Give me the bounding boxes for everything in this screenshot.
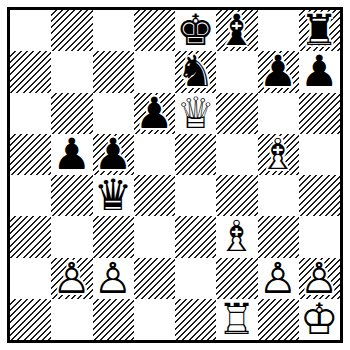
board-frame: ♚♚♝♝♜♜♞♞♟♟♟♟♟♟♛♕♟♟♟♟♝♗♛♛♝♗♟♙♟♙♟♙♟♙♜♖♚♔ — [7, 7, 343, 343]
white-pawn-g2: ♟♙ — [258, 258, 299, 299]
square-e2[interactable] — [175, 258, 216, 299]
square-f6[interactable] — [216, 93, 257, 134]
square-a6[interactable] — [10, 93, 51, 134]
black-king-e8: ♚♚ — [175, 10, 216, 51]
square-e3[interactable] — [175, 216, 216, 257]
black-pawn-halo: ♟ — [258, 51, 299, 92]
black-bishop-f8: ♝♝ — [216, 10, 257, 51]
square-c2[interactable]: ♟♙ — [93, 258, 134, 299]
white-pawn-halo: ♟ — [93, 258, 134, 299]
square-d1[interactable] — [134, 299, 175, 340]
square-e8[interactable]: ♚♚ — [175, 10, 216, 51]
black-knight-glyph: ♞ — [175, 51, 216, 92]
black-knight-halo: ♞ — [175, 51, 216, 92]
square-b8[interactable] — [51, 10, 92, 51]
white-pawn-c2: ♟♙ — [93, 258, 134, 299]
square-c4[interactable]: ♛♛ — [93, 175, 134, 216]
square-h7[interactable]: ♟♟ — [299, 51, 340, 92]
square-g8[interactable] — [258, 10, 299, 51]
square-g2[interactable]: ♟♙ — [258, 258, 299, 299]
square-b1[interactable] — [51, 299, 92, 340]
white-bishop-g5: ♝♗ — [258, 134, 299, 175]
square-g7[interactable]: ♟♟ — [258, 51, 299, 92]
square-b2[interactable]: ♟♙ — [51, 258, 92, 299]
white-pawn-halo: ♟ — [51, 258, 92, 299]
square-c3[interactable] — [93, 216, 134, 257]
black-pawn-glyph: ♟ — [258, 51, 299, 92]
square-h5[interactable] — [299, 134, 340, 175]
black-rook-glyph: ♜ — [299, 10, 340, 51]
black-pawn-d6: ♟♟ — [134, 93, 175, 134]
black-knight-e7: ♞♞ — [175, 51, 216, 92]
square-c6[interactable] — [93, 93, 134, 134]
black-king-halo: ♚ — [175, 10, 216, 51]
square-h3[interactable] — [299, 216, 340, 257]
white-bishop-halo: ♝ — [258, 134, 299, 175]
square-f3[interactable]: ♝♗ — [216, 216, 257, 257]
white-pawn-glyph: ♙ — [93, 258, 134, 299]
black-pawn-glyph: ♟ — [134, 93, 175, 134]
square-e4[interactable] — [175, 175, 216, 216]
square-d5[interactable] — [134, 134, 175, 175]
square-b4[interactable] — [51, 175, 92, 216]
square-a5[interactable] — [10, 134, 51, 175]
black-pawn-g7: ♟♟ — [258, 51, 299, 92]
square-e5[interactable] — [175, 134, 216, 175]
white-queen-halo: ♛ — [175, 93, 216, 134]
white-king-halo: ♚ — [299, 299, 340, 340]
white-queen-glyph: ♕ — [175, 93, 216, 134]
black-pawn-glyph: ♟ — [51, 134, 92, 175]
square-h4[interactable] — [299, 175, 340, 216]
square-c1[interactable] — [93, 299, 134, 340]
black-pawn-glyph: ♟ — [93, 134, 134, 175]
square-b7[interactable] — [51, 51, 92, 92]
white-pawn-glyph: ♙ — [299, 258, 340, 299]
black-queen-glyph: ♛ — [93, 175, 134, 216]
square-d3[interactable] — [134, 216, 175, 257]
white-pawn-b2: ♟♙ — [51, 258, 92, 299]
black-king-glyph: ♚ — [175, 10, 216, 51]
square-a3[interactable] — [10, 216, 51, 257]
square-g1[interactable] — [258, 299, 299, 340]
white-rook-glyph: ♖ — [216, 299, 257, 340]
square-g5[interactable]: ♝♗ — [258, 134, 299, 175]
white-pawn-halo: ♟ — [258, 258, 299, 299]
white-bishop-glyph: ♗ — [258, 134, 299, 175]
square-d6[interactable]: ♟♟ — [134, 93, 175, 134]
square-a1[interactable] — [10, 299, 51, 340]
square-h6[interactable] — [299, 93, 340, 134]
black-pawn-halo: ♟ — [51, 134, 92, 175]
square-a4[interactable] — [10, 175, 51, 216]
black-pawn-b5: ♟♟ — [51, 134, 92, 175]
square-h8[interactable]: ♜♜ — [299, 10, 340, 51]
white-king-h1: ♚♔ — [299, 299, 340, 340]
square-f2[interactable] — [216, 258, 257, 299]
square-g3[interactable] — [258, 216, 299, 257]
square-f7[interactable] — [216, 51, 257, 92]
white-rook-f1: ♜♖ — [216, 299, 257, 340]
square-e1[interactable] — [175, 299, 216, 340]
black-bishop-halo: ♝ — [216, 10, 257, 51]
black-queen-halo: ♛ — [93, 175, 134, 216]
white-rook-halo: ♜ — [216, 299, 257, 340]
square-e6[interactable]: ♛♕ — [175, 93, 216, 134]
square-a8[interactable] — [10, 10, 51, 51]
black-pawn-halo: ♟ — [93, 134, 134, 175]
square-b3[interactable] — [51, 216, 92, 257]
square-c7[interactable] — [93, 51, 134, 92]
white-pawn-halo: ♟ — [299, 258, 340, 299]
white-pawn-glyph: ♙ — [258, 258, 299, 299]
black-pawn-h7: ♟♟ — [299, 51, 340, 92]
square-f1[interactable]: ♜♖ — [216, 299, 257, 340]
square-e7[interactable]: ♞♞ — [175, 51, 216, 92]
square-h1[interactable]: ♚♔ — [299, 299, 340, 340]
white-king-glyph: ♔ — [299, 299, 340, 340]
square-c8[interactable] — [93, 10, 134, 51]
square-d4[interactable] — [134, 175, 175, 216]
square-f5[interactable] — [216, 134, 257, 175]
square-b5[interactable]: ♟♟ — [51, 134, 92, 175]
chess-diagram: ♚♚♝♝♜♜♞♞♟♟♟♟♟♟♛♕♟♟♟♟♝♗♛♛♝♗♟♙♟♙♟♙♟♙♜♖♚♔ — [0, 0, 350, 350]
square-h2[interactable]: ♟♙ — [299, 258, 340, 299]
black-pawn-halo: ♟ — [299, 51, 340, 92]
white-pawn-glyph: ♙ — [51, 258, 92, 299]
black-rook-h8: ♜♜ — [299, 10, 340, 51]
chess-board: ♚♚♝♝♜♜♞♞♟♟♟♟♟♟♛♕♟♟♟♟♝♗♛♛♝♗♟♙♟♙♟♙♟♙♜♖♚♔ — [10, 10, 340, 340]
white-queen-e6: ♛♕ — [175, 93, 216, 134]
black-pawn-c5: ♟♟ — [93, 134, 134, 175]
white-pawn-h2: ♟♙ — [299, 258, 340, 299]
black-queen-c4: ♛♛ — [93, 175, 134, 216]
square-g6[interactable] — [258, 93, 299, 134]
square-a7[interactable] — [10, 51, 51, 92]
square-d7[interactable] — [134, 51, 175, 92]
white-bishop-glyph: ♗ — [216, 216, 257, 257]
black-pawn-halo: ♟ — [134, 93, 175, 134]
white-bishop-f3: ♝♗ — [216, 216, 257, 257]
square-c5[interactable]: ♟♟ — [93, 134, 134, 175]
square-b6[interactable] — [51, 93, 92, 134]
black-bishop-glyph: ♝ — [216, 10, 257, 51]
square-d8[interactable] — [134, 10, 175, 51]
square-f4[interactable] — [216, 175, 257, 216]
square-a2[interactable] — [10, 258, 51, 299]
square-g4[interactable] — [258, 175, 299, 216]
black-pawn-glyph: ♟ — [299, 51, 340, 92]
square-d2[interactable] — [134, 258, 175, 299]
square-f8[interactable]: ♝♝ — [216, 10, 257, 51]
white-bishop-halo: ♝ — [216, 216, 257, 257]
black-rook-halo: ♜ — [299, 10, 340, 51]
